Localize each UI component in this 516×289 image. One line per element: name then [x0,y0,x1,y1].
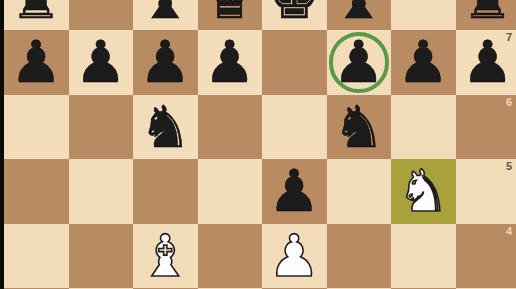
square-a6[interactable] [4,95,69,160]
square-e5[interactable]: ♟ [262,159,327,224]
black-rook[interactable]: ♜ [462,0,514,30]
square-e8[interactable]: ♚ [262,0,327,30]
white-bishop[interactable]: ♝ [139,224,191,289]
white-knight[interactable]: ♞ [397,159,449,224]
square-a5[interactable] [4,159,69,224]
square-a4[interactable] [4,224,69,289]
square-e4[interactable]: ♟ [262,224,327,289]
square-g6[interactable] [391,95,456,160]
square-h8[interactable]: ♜ [456,0,516,30]
square-b5[interactable] [69,159,134,224]
square-h7[interactable]: ♟7 [456,30,516,95]
square-d6[interactable] [198,95,263,160]
square-d5[interactable] [198,159,263,224]
square-f7[interactable]: ♟ [327,30,392,95]
black-pawn[interactable]: ♟ [268,159,320,224]
black-king[interactable]: ♚ [268,0,320,30]
square-c5[interactable] [133,159,198,224]
rank-label-5: 5 [506,160,512,172]
square-h5[interactable]: 5 [456,159,516,224]
square-h6[interactable]: 6 [456,95,516,160]
rank-label-4: 4 [506,225,512,237]
square-b8[interactable] [69,0,134,30]
square-g7[interactable]: ♟ [391,30,456,95]
square-g8[interactable] [391,0,456,30]
square-a7[interactable]: ♟ [4,30,69,95]
square-d7[interactable]: ♟ [198,30,263,95]
square-c8[interactable]: ♝ [133,0,198,30]
square-c7[interactable]: ♟ [133,30,198,95]
left-letterbox-bar [0,0,4,289]
square-c4[interactable]: ♝ [133,224,198,289]
square-b4[interactable] [69,224,134,289]
square-e7[interactable] [262,30,327,95]
square-h4[interactable]: 4 [456,224,516,289]
square-d8[interactable]: ♛ [198,0,263,30]
rank-label-7: 7 [506,31,512,43]
square-g5[interactable]: ♞ [391,159,456,224]
square-b6[interactable] [69,95,134,160]
square-b7[interactable]: ♟ [69,30,134,95]
square-f6[interactable]: ♞ [327,95,392,160]
black-pawn[interactable]: ♟ [139,30,191,95]
black-bishop[interactable]: ♝ [333,0,385,30]
black-rook[interactable]: ♜ [10,0,62,30]
black-pawn[interactable]: ♟ [397,30,449,95]
square-e6[interactable] [262,95,327,160]
black-knight[interactable]: ♞ [139,95,191,160]
square-f5[interactable] [327,159,392,224]
square-f4[interactable] [327,224,392,289]
black-pawn[interactable]: ♟ [333,30,385,95]
black-queen[interactable]: ♛ [204,0,256,30]
cropped-chess-video-frame: ♜♝♛♚♝♜♟♟♟♟♟♟♟7♞♞6♟♞5♝♟4♟♟♟♟♟♟♟♜♞♝♛♚♜ [0,0,516,289]
chess-board[interactable]: ♜♝♛♚♝♜♟♟♟♟♟♟♟7♞♞6♟♞5♝♟4♟♟♟♟♟♟♟♜♞♝♛♚♜ [4,0,516,289]
black-bishop[interactable]: ♝ [139,0,191,30]
square-f8[interactable]: ♝ [327,0,392,30]
square-g4[interactable] [391,224,456,289]
square-c6[interactable]: ♞ [133,95,198,160]
black-pawn[interactable]: ♟ [10,30,62,95]
white-pawn[interactable]: ♟ [268,224,320,289]
square-d4[interactable] [198,224,263,289]
rank-label-6: 6 [506,96,512,108]
black-pawn[interactable]: ♟ [204,30,256,95]
black-knight[interactable]: ♞ [333,95,385,160]
black-pawn[interactable]: ♟ [75,30,127,95]
square-a8[interactable]: ♜ [4,0,69,30]
